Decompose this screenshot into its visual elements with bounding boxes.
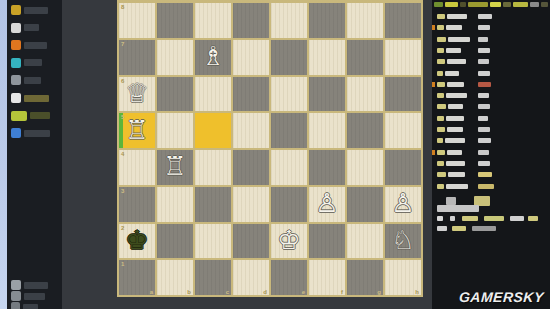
detail-block-3 [437, 205, 479, 212]
topbar-segment-6 [503, 2, 511, 7]
detail-block-10 [437, 226, 447, 231]
square-a8[interactable]: 8 [119, 3, 155, 38]
page-icon [11, 93, 21, 103]
log-row-marker [432, 82, 435, 87]
sidebar-item-5[interactable] [11, 74, 41, 86]
rank-label-7: 7 [121, 41, 124, 47]
square-h8[interactable] [385, 3, 421, 38]
file-label-b: b [187, 289, 191, 295]
gem-icon [11, 58, 21, 68]
square-f3[interactable]: ♙ [309, 187, 345, 222]
log-row-id [437, 116, 444, 121]
square-c5[interactable] [195, 113, 231, 148]
tool-icon [11, 23, 21, 33]
square-e1[interactable]: e [271, 260, 307, 295]
sidebar-item-label [24, 77, 41, 84]
log-row-value [478, 93, 489, 98]
detail-block-4 [437, 216, 443, 221]
square-b6[interactable] [157, 77, 193, 112]
rank-label-8: 8 [121, 4, 124, 10]
square-e8[interactable] [271, 3, 307, 38]
square-d1[interactable]: d [233, 260, 269, 295]
square-e5[interactable] [271, 113, 307, 148]
log-row-8[interactable] [432, 92, 550, 99]
rank-label-6: 6 [121, 78, 124, 84]
log-row-4[interactable] [432, 47, 550, 54]
user-icon [11, 291, 21, 301]
grid-icon [11, 75, 21, 85]
log-row-9[interactable] [432, 103, 550, 110]
square-g7[interactable] [347, 40, 383, 75]
folder-icon [11, 5, 21, 15]
topbar-segment-2 [445, 2, 458, 7]
sidebar-item-8[interactable] [11, 127, 50, 139]
topbar-segment-9 [541, 2, 548, 7]
log-row-text [446, 48, 461, 53]
file-label-d: d [263, 289, 267, 295]
log-row-id [437, 14, 445, 19]
log-row-id [437, 127, 445, 132]
square-b7[interactable] [157, 40, 193, 75]
log-row-value [478, 82, 491, 87]
square-f7[interactable] [309, 40, 345, 75]
square-c6[interactable] [195, 77, 231, 112]
file-label-c: c [226, 289, 229, 295]
square-d6[interactable] [233, 77, 269, 112]
square-g8[interactable] [347, 3, 383, 38]
file-label-a: a [150, 289, 153, 295]
square-g1[interactable]: g [347, 260, 383, 295]
square-h5[interactable] [385, 113, 421, 148]
sidebar-item-label [24, 95, 49, 102]
detail-block-6 [462, 216, 478, 221]
sidebar-item-7[interactable] [11, 110, 50, 122]
sidebar-item-label [24, 293, 45, 300]
topbar-segment-8 [530, 2, 539, 7]
square-a6[interactable]: 6♕ [119, 77, 155, 112]
sidebar-item-label [24, 24, 39, 31]
log-row-text [448, 104, 463, 109]
square-f5[interactable] [309, 113, 345, 148]
square-d8[interactable] [233, 3, 269, 38]
log-row-text [445, 71, 459, 76]
log-row-text [447, 150, 462, 155]
file-label-g: g [377, 289, 381, 295]
white-king-piece[interactable]: ♔ [277, 227, 300, 253]
square-h4[interactable] [385, 150, 421, 185]
square-f2[interactable] [309, 224, 345, 259]
log-row-text [448, 37, 470, 42]
log-row-value [478, 116, 488, 121]
square-c7[interactable]: ♗ [195, 40, 231, 75]
flame-icon [11, 40, 21, 50]
log-row-value [478, 104, 490, 109]
topbar-segment-3 [460, 2, 466, 7]
log-row-12[interactable] [432, 137, 550, 144]
white-pawn-piece[interactable]: ♙ [315, 190, 338, 216]
square-c4[interactable] [195, 150, 231, 185]
rank-label-2: 2 [121, 225, 124, 231]
detail-block-1 [446, 197, 456, 205]
log-row-id [437, 172, 446, 177]
log-row-value [478, 59, 489, 64]
topbar-segment-4 [468, 2, 488, 7]
square-h3[interactable]: ♙ [385, 187, 421, 222]
log-row-value [478, 138, 491, 143]
gear-icon [11, 280, 21, 290]
log-row-text [447, 127, 463, 132]
square-d4[interactable] [233, 150, 269, 185]
log-row-value [478, 48, 490, 53]
log-row-text [446, 116, 464, 121]
log-row-2[interactable] [432, 24, 550, 31]
sidebar-item-label [23, 304, 38, 309]
white-pawn-piece[interactable]: ♙ [391, 190, 414, 216]
window-edge-strip [0, 0, 7, 309]
log-row-id [437, 104, 446, 109]
log-row-11[interactable] [432, 126, 550, 133]
white-queen-piece[interactable]: ♕ [125, 80, 148, 106]
log-row-6[interactable] [432, 70, 550, 77]
puzzle-icon [11, 128, 21, 138]
file-label-f: f [341, 289, 343, 295]
log-row-value [478, 14, 492, 19]
square-b1[interactable]: b [157, 260, 193, 295]
sidebar-item-label [24, 130, 50, 137]
square-e4[interactable] [271, 150, 307, 185]
log-row-id [437, 93, 444, 98]
square-a7[interactable]: 7 [119, 40, 155, 75]
log-panel: GAMERSKY [432, 0, 550, 309]
square-c3[interactable] [195, 187, 231, 222]
log-row-id [437, 138, 443, 143]
square-e2[interactable]: ♔ [271, 224, 307, 259]
square-f8[interactable] [309, 3, 345, 38]
log-row-marker [432, 150, 435, 155]
log-row-text [446, 184, 468, 189]
log-row-text [447, 59, 466, 64]
log-row-13[interactable] [432, 149, 550, 156]
square-b5[interactable] [157, 113, 193, 148]
sidebar-item-3[interactable] [11, 39, 47, 51]
sidebar-item-label [24, 7, 48, 14]
square-f4[interactable] [309, 150, 345, 185]
black-king-piece[interactable]: ♚ [125, 227, 148, 253]
square-a2[interactable]: 2♚ [119, 224, 155, 259]
log-row-value [478, 184, 494, 189]
rank-label-1: 1 [121, 261, 124, 267]
log-row-5[interactable] [432, 58, 550, 65]
rank-label-3: 3 [121, 188, 124, 194]
sidebar-item-label [30, 112, 50, 119]
log-row-1[interactable] [432, 13, 550, 20]
detail-block-5 [450, 216, 455, 221]
log-row-text [448, 172, 465, 177]
log-row-value [478, 127, 490, 132]
square-e7[interactable] [271, 40, 307, 75]
square-f6[interactable] [309, 77, 345, 112]
square-g4[interactable] [347, 150, 383, 185]
square-g5[interactable] [347, 113, 383, 148]
square-h7[interactable] [385, 40, 421, 75]
square-b8[interactable] [157, 3, 193, 38]
sidebar-item-4[interactable] [11, 57, 42, 69]
log-panel-topbar [434, 1, 548, 7]
square-d3[interactable] [233, 187, 269, 222]
log-row-value [478, 25, 490, 30]
square-h2[interactable]: ♘ [385, 224, 421, 259]
square-h6[interactable] [385, 77, 421, 112]
square-e6[interactable] [271, 77, 307, 112]
sidebar-item-2[interactable] [11, 22, 39, 34]
square-a4[interactable]: 4 [119, 150, 155, 185]
square-a5[interactable]: 5♖ [119, 113, 155, 148]
log-row-id [437, 59, 445, 64]
log-row-text [446, 161, 465, 166]
log-row-id [437, 82, 445, 87]
log-row-id [437, 150, 445, 155]
square-b3[interactable] [157, 187, 193, 222]
square-h1[interactable]: h [385, 260, 421, 295]
log-row-text [447, 14, 467, 19]
square-d5[interactable] [233, 113, 269, 148]
detail-block-12 [472, 226, 496, 231]
rank-label-5: 5 [121, 114, 124, 120]
log-row-id [437, 48, 444, 53]
square-c1[interactable]: c [195, 260, 231, 295]
log-row-14[interactable] [432, 160, 550, 167]
log-row-7[interactable] [432, 81, 550, 88]
log-row-marker [432, 25, 435, 30]
info-icon [11, 302, 20, 309]
detail-block-11 [452, 226, 466, 231]
log-row-15[interactable] [432, 171, 550, 178]
log-row-id [437, 37, 446, 42]
badge-icon [11, 111, 27, 121]
game-screen: 87♗6♕5♖4♖3♙♙2♚♔♘1abcdefgh GAMERSKY [0, 0, 550, 309]
rank-label-4: 4 [121, 151, 124, 157]
square-g6[interactable] [347, 77, 383, 112]
square-a1[interactable]: 1a [119, 260, 155, 295]
square-b2[interactable] [157, 224, 193, 259]
sidebar-item-label [24, 42, 47, 49]
log-row-3[interactable] [432, 36, 550, 43]
square-b4[interactable]: ♖ [157, 150, 193, 185]
chess-board[interactable]: 87♗6♕5♖4♖3♙♙2♚♔♘1abcdefgh [117, 0, 423, 297]
square-c8[interactable] [195, 3, 231, 38]
sidebar-item-6[interactable] [11, 92, 49, 104]
log-row-id [437, 161, 444, 166]
log-row-value [478, 71, 490, 76]
log-row-text [447, 82, 464, 87]
sidebar-item-1[interactable] [11, 4, 48, 16]
white-rook-piece[interactable]: ♖ [125, 117, 148, 143]
square-g3[interactable] [347, 187, 383, 222]
left-sidebar [7, 0, 62, 309]
log-row-10[interactable] [432, 115, 550, 122]
file-label-h: h [415, 289, 419, 295]
detail-block-7 [484, 216, 504, 221]
sidebar-item-label [24, 282, 48, 289]
topbar-segment-1 [434, 2, 443, 7]
log-row-16[interactable] [432, 183, 550, 190]
square-c2[interactable] [195, 224, 231, 259]
detail-block-8 [510, 216, 524, 221]
detail-block-9 [528, 216, 538, 221]
square-a3[interactable]: 3 [119, 187, 155, 222]
log-row-text [446, 25, 462, 30]
square-g2[interactable] [347, 224, 383, 259]
file-label-e: e [302, 289, 305, 295]
square-d7[interactable] [233, 40, 269, 75]
log-row-value [478, 161, 490, 166]
sidebar-bottom-item-3[interactable] [11, 301, 38, 309]
log-row-text [446, 93, 467, 98]
log-row-value [478, 172, 492, 177]
log-row-id [437, 71, 443, 76]
log-row-value [478, 150, 489, 155]
square-e3[interactable] [271, 187, 307, 222]
gamersky-watermark: GAMERSKY [459, 289, 545, 305]
topbar-segment-7 [513, 2, 528, 7]
log-row-value [478, 37, 488, 42]
white-rook-piece[interactable]: ♖ [163, 153, 186, 179]
log-row-text [445, 138, 465, 143]
white-knight-piece[interactable]: ♘ [391, 227, 414, 253]
topbar-segment-5 [490, 2, 501, 7]
log-row-id [437, 184, 444, 189]
sidebar-item-label [24, 59, 42, 66]
square-f1[interactable]: f [309, 260, 345, 295]
white-bishop-piece[interactable]: ♗ [201, 43, 224, 69]
log-row-id [437, 25, 444, 30]
square-d2[interactable] [233, 224, 269, 259]
